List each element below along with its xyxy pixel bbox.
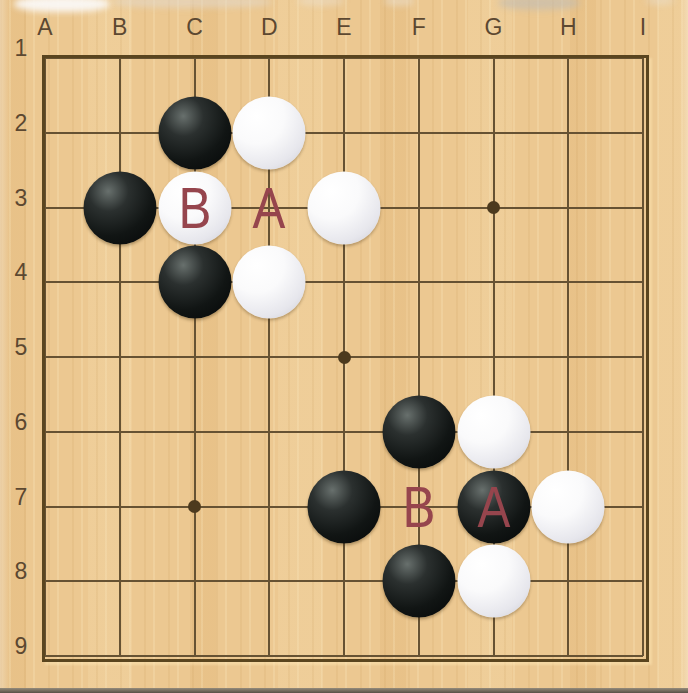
row-label: 8	[15, 560, 28, 583]
white-stone	[532, 470, 605, 543]
black-stone	[308, 470, 381, 543]
white-stone	[457, 395, 530, 468]
white-stone	[233, 96, 306, 169]
stone-letter-label[interactable]: A	[477, 478, 510, 536]
board-left-edge-highlight	[0, 0, 10, 693]
go-board-screen: ABCDEFGHI123456789BAAB	[0, 0, 688, 693]
row-label: 4	[15, 261, 28, 284]
black-stone	[382, 545, 455, 618]
stone-letter-label[interactable]: B	[178, 179, 211, 237]
window-bottom-edge	[0, 688, 688, 693]
row-label: 1	[15, 37, 28, 60]
column-label: B	[112, 16, 127, 39]
star-point	[338, 351, 351, 364]
row-label: 3	[15, 186, 28, 209]
column-label: G	[485, 16, 503, 39]
row-label: 6	[15, 410, 28, 433]
column-label: A	[37, 16, 52, 39]
row-label: 9	[15, 635, 28, 658]
column-label: E	[336, 16, 351, 39]
white-stone	[457, 545, 530, 618]
board-right-edge-highlight	[680, 0, 688, 693]
marker-letter: B	[402, 478, 435, 536]
row-label: 5	[15, 336, 28, 359]
black-stone	[158, 96, 231, 169]
row-label: 2	[15, 111, 28, 134]
empty-point-letter-label[interactable]: B	[382, 470, 455, 543]
empty-point-letter-label[interactable]: A	[233, 171, 306, 244]
column-label: D	[261, 16, 278, 39]
star-point	[487, 201, 500, 214]
black-stone	[83, 171, 156, 244]
black-stone: A	[457, 470, 530, 543]
star-point	[188, 500, 201, 513]
black-stone	[382, 395, 455, 468]
marker-letter: A	[253, 179, 286, 237]
white-stone: B	[158, 171, 231, 244]
white-stone	[233, 246, 306, 319]
white-stone	[308, 171, 381, 244]
column-label: I	[640, 16, 646, 39]
row-label: 7	[15, 485, 28, 508]
column-label: F	[412, 16, 426, 39]
column-label: C	[186, 16, 203, 39]
column-label: H	[560, 16, 577, 39]
black-stone	[158, 246, 231, 319]
